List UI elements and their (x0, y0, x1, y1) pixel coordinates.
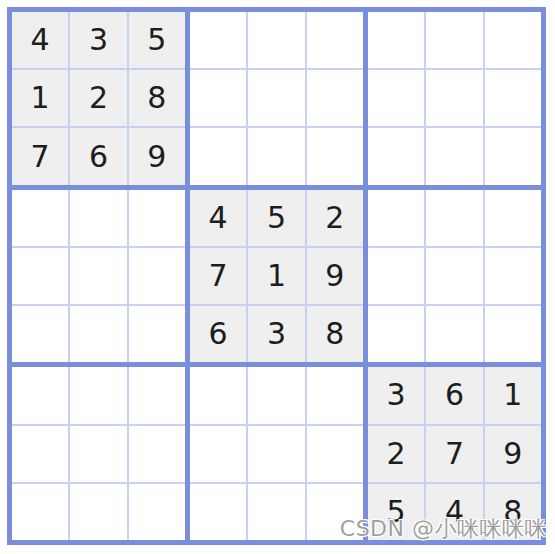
cell-r1c7[interactable] (368, 12, 424, 68)
cell-r5c4: 7 (190, 248, 246, 304)
cell-r1c4[interactable] (190, 12, 246, 68)
cell-r3c2: 6 (70, 128, 126, 184)
cell-r5c6: 9 (307, 248, 363, 304)
cell-r8c7: 2 (368, 426, 424, 482)
cell-r5c9[interactable] (485, 248, 541, 304)
cell-r2c9[interactable] (485, 70, 541, 126)
cell-r6c3[interactable] (129, 306, 185, 362)
cell-r5c3[interactable] (129, 248, 185, 304)
cell-r4c2[interactable] (70, 190, 126, 246)
cell-r8c1[interactable] (12, 426, 68, 482)
cell-r4c6: 2 (307, 190, 363, 246)
cell-r9c3[interactable] (129, 484, 185, 540)
cell-r9c6[interactable] (307, 484, 363, 540)
cell-r3c9[interactable] (485, 128, 541, 184)
cell-r5c7[interactable] (368, 248, 424, 304)
cell-r4c9[interactable] (485, 190, 541, 246)
box-3-3: 361279548 (368, 367, 541, 540)
cell-r2c5[interactable] (248, 70, 304, 126)
cell-r1c6[interactable] (307, 12, 363, 68)
cell-r6c2[interactable] (70, 306, 126, 362)
cell-r7c1[interactable] (12, 367, 68, 423)
cell-r2c6[interactable] (307, 70, 363, 126)
cell-r6c4: 6 (190, 306, 246, 362)
cell-r1c5[interactable] (248, 12, 304, 68)
box-3-1 (12, 367, 185, 540)
cell-r1c2: 3 (70, 12, 126, 68)
cell-r4c3[interactable] (129, 190, 185, 246)
box-1-2 (190, 12, 363, 185)
cell-r9c7: 5 (368, 484, 424, 540)
cell-r7c3[interactable] (129, 367, 185, 423)
cell-r7c8: 6 (426, 367, 482, 423)
cell-r9c8: 4 (426, 484, 482, 540)
cell-r8c9: 9 (485, 426, 541, 482)
cell-r6c1[interactable] (12, 306, 68, 362)
sudoku-page: 435128769452719638361279548 CSDN @小咪咪咪咪 (0, 0, 555, 554)
box-2-1 (12, 190, 185, 363)
box-3-2 (190, 367, 363, 540)
cell-r5c2[interactable] (70, 248, 126, 304)
cell-r8c5[interactable] (248, 426, 304, 482)
cell-r3c4[interactable] (190, 128, 246, 184)
cell-r5c1[interactable] (12, 248, 68, 304)
cell-r9c4[interactable] (190, 484, 246, 540)
cell-r2c3: 8 (129, 70, 185, 126)
cell-r5c8[interactable] (426, 248, 482, 304)
cell-r7c7: 3 (368, 367, 424, 423)
cell-r9c9: 8 (485, 484, 541, 540)
cell-r9c1[interactable] (12, 484, 68, 540)
cell-r8c2[interactable] (70, 426, 126, 482)
cell-r8c3[interactable] (129, 426, 185, 482)
cell-r9c5[interactable] (248, 484, 304, 540)
cell-r1c9[interactable] (485, 12, 541, 68)
box-2-2: 452719638 (190, 190, 363, 363)
cell-r6c6: 8 (307, 306, 363, 362)
cell-r3c8[interactable] (426, 128, 482, 184)
cell-r4c7[interactable] (368, 190, 424, 246)
cell-r4c4: 4 (190, 190, 246, 246)
sudoku-board: 435128769452719638361279548 (7, 7, 546, 545)
cell-r2c8[interactable] (426, 70, 482, 126)
cell-r4c5: 5 (248, 190, 304, 246)
cell-r3c1: 7 (12, 128, 68, 184)
cell-r7c6[interactable] (307, 367, 363, 423)
cell-r7c2[interactable] (70, 367, 126, 423)
box-1-1: 435128769 (12, 12, 185, 185)
box-1-3 (368, 12, 541, 185)
cell-r3c6[interactable] (307, 128, 363, 184)
cell-r1c1: 4 (12, 12, 68, 68)
cell-r1c3: 5 (129, 12, 185, 68)
cell-r4c8[interactable] (426, 190, 482, 246)
cell-r3c5[interactable] (248, 128, 304, 184)
cell-r8c4[interactable] (190, 426, 246, 482)
cell-r3c7[interactable] (368, 128, 424, 184)
cell-r5c5: 1 (248, 248, 304, 304)
cell-r6c8[interactable] (426, 306, 482, 362)
cell-r6c9[interactable] (485, 306, 541, 362)
cell-r7c5[interactable] (248, 367, 304, 423)
cell-r9c2[interactable] (70, 484, 126, 540)
cell-r7c9: 1 (485, 367, 541, 423)
cell-r8c6[interactable] (307, 426, 363, 482)
cell-r2c2: 2 (70, 70, 126, 126)
cell-r2c4[interactable] (190, 70, 246, 126)
cell-r6c7[interactable] (368, 306, 424, 362)
cell-r3c3: 9 (129, 128, 185, 184)
cell-r2c7[interactable] (368, 70, 424, 126)
cell-r7c4[interactable] (190, 367, 246, 423)
cell-r8c8: 7 (426, 426, 482, 482)
cell-r4c1[interactable] (12, 190, 68, 246)
box-2-3 (368, 190, 541, 363)
cell-r2c1: 1 (12, 70, 68, 126)
cell-r6c5: 3 (248, 306, 304, 362)
cell-r1c8[interactable] (426, 12, 482, 68)
